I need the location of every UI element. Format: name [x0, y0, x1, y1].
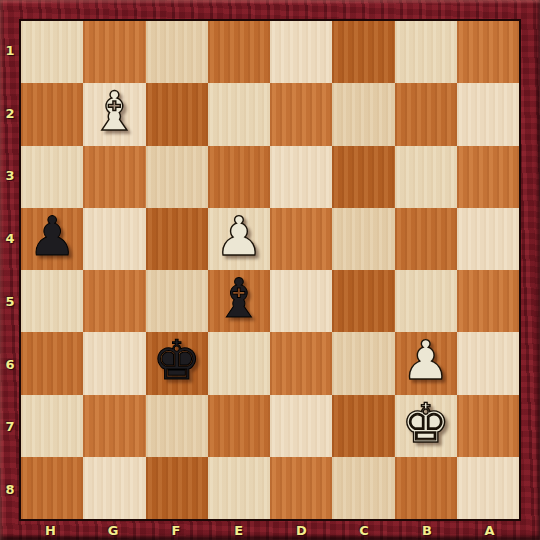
- square-b8[interactable]: [395, 457, 457, 519]
- square-h1[interactable]: [21, 21, 83, 83]
- square-b7[interactable]: ♚: [395, 395, 457, 457]
- square-e7[interactable]: [208, 395, 270, 457]
- chess-app-window: ♝♟♟♝♚♟♚ 12345678HGFEDCBA: [0, 0, 540, 540]
- square-g3[interactable]: [83, 146, 145, 208]
- piece-white-bishop[interactable]: ♝: [90, 85, 138, 139]
- piece-black-pawn[interactable]: ♟: [28, 210, 76, 264]
- square-a8[interactable]: [457, 457, 519, 519]
- square-d6[interactable]: [270, 332, 332, 394]
- square-g4[interactable]: [83, 208, 145, 270]
- square-g5[interactable]: [83, 270, 145, 332]
- square-b2[interactable]: [395, 83, 457, 145]
- rank-label-2: 2: [1, 82, 19, 144]
- square-h4[interactable]: ♟: [21, 208, 83, 270]
- square-b5[interactable]: [395, 270, 457, 332]
- piece-white-king[interactable]: ♚: [401, 397, 449, 451]
- square-a2[interactable]: [457, 83, 519, 145]
- square-h2[interactable]: [21, 83, 83, 145]
- square-c8[interactable]: [332, 457, 394, 519]
- square-e6[interactable]: [208, 332, 270, 394]
- rank-label-4: 4: [1, 208, 19, 270]
- square-c5[interactable]: [332, 270, 394, 332]
- square-d8[interactable]: [270, 457, 332, 519]
- square-a1[interactable]: [457, 21, 519, 83]
- square-d4[interactable]: [270, 208, 332, 270]
- square-c3[interactable]: [332, 146, 394, 208]
- square-f4[interactable]: [146, 208, 208, 270]
- square-c1[interactable]: [332, 21, 394, 83]
- square-d2[interactable]: [270, 83, 332, 145]
- rank-label-8: 8: [1, 459, 19, 521]
- chessboard: ♝♟♟♝♚♟♚: [19, 19, 521, 521]
- square-f7[interactable]: [146, 395, 208, 457]
- file-label-f: F: [145, 521, 207, 539]
- square-g2[interactable]: ♝: [83, 83, 145, 145]
- file-label-h: H: [19, 521, 81, 539]
- file-label-d: D: [270, 521, 332, 539]
- square-f8[interactable]: [146, 457, 208, 519]
- square-g7[interactable]: [83, 395, 145, 457]
- square-e3[interactable]: [208, 146, 270, 208]
- square-e5[interactable]: ♝: [208, 270, 270, 332]
- square-a6[interactable]: [457, 332, 519, 394]
- piece-white-pawn[interactable]: ♟: [401, 334, 449, 388]
- rank-label-1: 1: [1, 19, 19, 81]
- square-e4[interactable]: ♟: [208, 208, 270, 270]
- square-e8[interactable]: [208, 457, 270, 519]
- square-f3[interactable]: [146, 146, 208, 208]
- rank-label-7: 7: [1, 396, 19, 458]
- square-e2[interactable]: [208, 83, 270, 145]
- square-h7[interactable]: [21, 395, 83, 457]
- square-h6[interactable]: [21, 332, 83, 394]
- piece-black-king[interactable]: ♚: [152, 334, 200, 388]
- file-label-b: B: [396, 521, 458, 539]
- rank-label-3: 3: [1, 145, 19, 207]
- rank-label-5: 5: [1, 270, 19, 332]
- file-label-c: C: [333, 521, 395, 539]
- square-f6[interactable]: ♚: [146, 332, 208, 394]
- square-g6[interactable]: [83, 332, 145, 394]
- square-b4[interactable]: [395, 208, 457, 270]
- square-c2[interactable]: [332, 83, 394, 145]
- square-e1[interactable]: [208, 21, 270, 83]
- square-f1[interactable]: [146, 21, 208, 83]
- piece-white-pawn[interactable]: ♟: [215, 210, 263, 264]
- square-d3[interactable]: [270, 146, 332, 208]
- square-h3[interactable]: [21, 146, 83, 208]
- square-c7[interactable]: [332, 395, 394, 457]
- square-c4[interactable]: [332, 208, 394, 270]
- square-f2[interactable]: [146, 83, 208, 145]
- square-f5[interactable]: [146, 270, 208, 332]
- square-b6[interactable]: ♟: [395, 332, 457, 394]
- square-d7[interactable]: [270, 395, 332, 457]
- file-label-g: G: [82, 521, 144, 539]
- square-b1[interactable]: [395, 21, 457, 83]
- square-h5[interactable]: [21, 270, 83, 332]
- square-a3[interactable]: [457, 146, 519, 208]
- square-a7[interactable]: [457, 395, 519, 457]
- rank-label-6: 6: [1, 333, 19, 395]
- square-c6[interactable]: [332, 332, 394, 394]
- square-g8[interactable]: [83, 457, 145, 519]
- square-b3[interactable]: [395, 146, 457, 208]
- file-label-e: E: [208, 521, 270, 539]
- file-label-a: A: [459, 521, 521, 539]
- square-g1[interactable]: [83, 21, 145, 83]
- square-d1[interactable]: [270, 21, 332, 83]
- square-a4[interactable]: [457, 208, 519, 270]
- piece-black-bishop[interactable]: ♝: [215, 272, 263, 326]
- square-a5[interactable]: [457, 270, 519, 332]
- square-h8[interactable]: [21, 457, 83, 519]
- square-d5[interactable]: [270, 270, 332, 332]
